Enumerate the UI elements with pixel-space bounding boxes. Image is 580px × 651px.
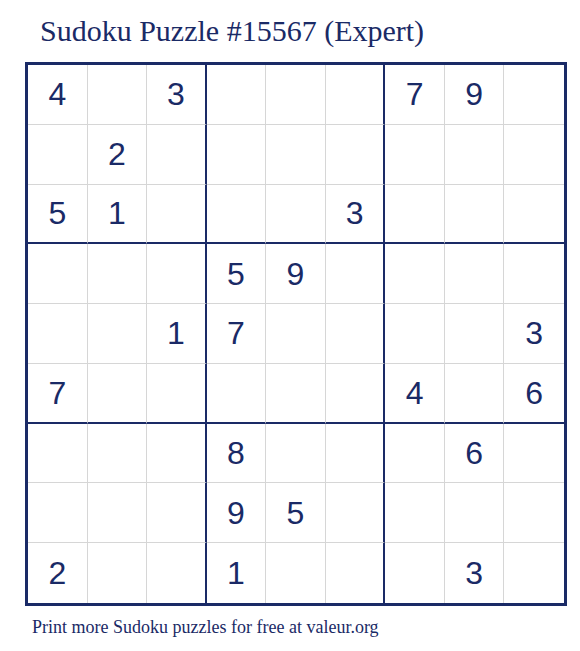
cell-r1c6[interactable] xyxy=(326,65,386,125)
cell-r7c1[interactable] xyxy=(28,424,88,484)
cell-r4c7[interactable] xyxy=(385,244,445,304)
cell-r9c7[interactable] xyxy=(385,543,445,603)
cell-r2c7[interactable] xyxy=(385,125,445,185)
cell-r3c3[interactable] xyxy=(147,185,207,245)
cell-r3c4[interactable] xyxy=(207,185,267,245)
cell-r1c4[interactable] xyxy=(207,65,267,125)
cell-r5c7[interactable] xyxy=(385,304,445,364)
cell-r8c2[interactable] xyxy=(88,483,148,543)
cell-r2c4[interactable] xyxy=(207,125,267,185)
cell-r6c9[interactable]: 6 xyxy=(504,364,564,424)
cell-r7c3[interactable] xyxy=(147,424,207,484)
cell-r5c9[interactable]: 3 xyxy=(504,304,564,364)
cell-r8c1[interactable] xyxy=(28,483,88,543)
cell-r8c8[interactable] xyxy=(445,483,505,543)
cell-r6c6[interactable] xyxy=(326,364,386,424)
cell-r7c9[interactable] xyxy=(504,424,564,484)
cell-r2c3[interactable] xyxy=(147,125,207,185)
cell-r5c2[interactable] xyxy=(88,304,148,364)
cell-r9c4[interactable]: 1 xyxy=(207,543,267,603)
cell-r6c1[interactable]: 7 xyxy=(28,364,88,424)
cell-r3c6[interactable]: 3 xyxy=(326,185,386,245)
cell-r1c8[interactable]: 9 xyxy=(445,65,505,125)
cell-r7c6[interactable] xyxy=(326,424,386,484)
cell-r2c9[interactable] xyxy=(504,125,564,185)
cell-r1c2[interactable] xyxy=(88,65,148,125)
cell-r1c3[interactable]: 3 xyxy=(147,65,207,125)
cell-r3c5[interactable] xyxy=(266,185,326,245)
cell-r1c5[interactable] xyxy=(266,65,326,125)
cell-r4c1[interactable] xyxy=(28,244,88,304)
cell-r7c7[interactable] xyxy=(385,424,445,484)
cell-r9c8[interactable]: 3 xyxy=(445,543,505,603)
cell-r4c9[interactable] xyxy=(504,244,564,304)
cell-r5c8[interactable] xyxy=(445,304,505,364)
cell-r3c7[interactable] xyxy=(385,185,445,245)
cell-r4c4[interactable]: 5 xyxy=(207,244,267,304)
cell-r7c4[interactable]: 8 xyxy=(207,424,267,484)
cell-r4c6[interactable] xyxy=(326,244,386,304)
cell-r4c8[interactable] xyxy=(445,244,505,304)
cell-r2c6[interactable] xyxy=(326,125,386,185)
cell-r8c3[interactable] xyxy=(147,483,207,543)
cell-r9c3[interactable] xyxy=(147,543,207,603)
cell-r3c9[interactable] xyxy=(504,185,564,245)
cell-r1c7[interactable]: 7 xyxy=(385,65,445,125)
cell-r5c3[interactable]: 1 xyxy=(147,304,207,364)
page: Sudoku Puzzle #15567 (Expert) 4379251359… xyxy=(0,0,580,651)
cell-r5c1[interactable] xyxy=(28,304,88,364)
cell-r6c7[interactable]: 4 xyxy=(385,364,445,424)
footer-text: Print more Sudoku puzzles for free at va… xyxy=(32,617,379,638)
cell-r8c4[interactable]: 9 xyxy=(207,483,267,543)
cell-r8c9[interactable] xyxy=(504,483,564,543)
cell-r2c2[interactable]: 2 xyxy=(88,125,148,185)
cell-r9c6[interactable] xyxy=(326,543,386,603)
cell-r6c5[interactable] xyxy=(266,364,326,424)
cell-r2c5[interactable] xyxy=(266,125,326,185)
cell-r1c1[interactable]: 4 xyxy=(28,65,88,125)
cell-r5c5[interactable] xyxy=(266,304,326,364)
cell-r5c6[interactable] xyxy=(326,304,386,364)
cell-r9c9[interactable] xyxy=(504,543,564,603)
cell-r4c2[interactable] xyxy=(88,244,148,304)
cell-r3c8[interactable] xyxy=(445,185,505,245)
cell-r8c7[interactable] xyxy=(385,483,445,543)
cell-r6c3[interactable] xyxy=(147,364,207,424)
cell-r1c9[interactable] xyxy=(504,65,564,125)
cell-r9c5[interactable] xyxy=(266,543,326,603)
cell-r3c1[interactable]: 5 xyxy=(28,185,88,245)
sudoku-board: 43792513591737468695213 xyxy=(25,62,567,606)
cell-r9c2[interactable] xyxy=(88,543,148,603)
cell-r7c2[interactable] xyxy=(88,424,148,484)
cell-r8c5[interactable]: 5 xyxy=(266,483,326,543)
cell-r4c3[interactable] xyxy=(147,244,207,304)
cell-r7c8[interactable]: 6 xyxy=(445,424,505,484)
puzzle-title: Sudoku Puzzle #15567 (Expert) xyxy=(40,14,424,48)
cell-r2c8[interactable] xyxy=(445,125,505,185)
cell-r6c4[interactable] xyxy=(207,364,267,424)
cell-r4c5[interactable]: 9 xyxy=(266,244,326,304)
cell-r6c8[interactable] xyxy=(445,364,505,424)
cell-r6c2[interactable] xyxy=(88,364,148,424)
cell-r5c4[interactable]: 7 xyxy=(207,304,267,364)
cell-r7c5[interactable] xyxy=(266,424,326,484)
cell-r8c6[interactable] xyxy=(326,483,386,543)
cell-r3c2[interactable]: 1 xyxy=(88,185,148,245)
cell-r2c1[interactable] xyxy=(28,125,88,185)
cell-r9c1[interactable]: 2 xyxy=(28,543,88,603)
